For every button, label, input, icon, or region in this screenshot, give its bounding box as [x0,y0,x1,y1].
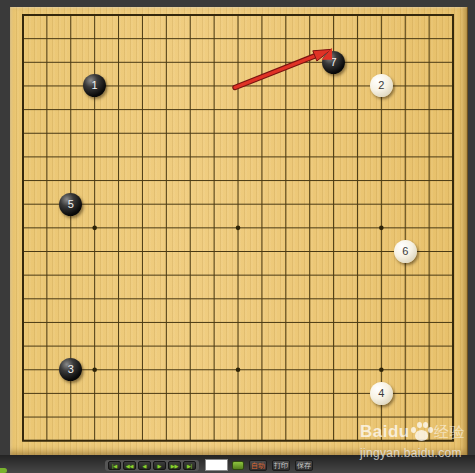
stone-move-number: 5 [68,199,74,210]
go-board: 1234567 [10,7,468,456]
baidu-paw-icon [411,421,433,443]
goto-move-button[interactable] [232,461,244,470]
stone-black-3: 3 [59,358,82,381]
baidu-jingyan-text: 经验 [434,423,466,442]
nav-prev-button[interactable]: ◀ [138,461,151,470]
stones-layer: 1234567 [10,7,467,455]
nav-rewind-button[interactable]: ◀◀ [123,461,136,470]
nav-next-button[interactable]: ▶ [153,461,166,470]
watermark: Baidu 经验 jingyan.baidu.com [360,419,472,460]
save-button[interactable]: 保存 [295,460,313,471]
watermark-logo-row: Baidu 经验 [360,419,472,445]
auto-play-button[interactable]: 自动 [249,460,267,471]
stone-move-number: 2 [378,80,384,91]
nav-forward-button[interactable]: ▶▶ [168,461,181,470]
stone-black-5: 5 [59,193,82,216]
watermark-url: jingyan.baidu.com [360,446,472,460]
print-button[interactable]: 打印 [272,460,290,471]
corner-green-sliver [0,468,7,473]
stone-white-6: 6 [394,240,417,263]
stone-black-7: 7 [322,51,345,74]
stone-move-number: 3 [68,364,74,375]
stone-black-1: 1 [83,74,106,97]
nav-last-button[interactable]: ▶| [183,461,196,470]
stone-move-number: 4 [378,388,384,399]
screenshot-stage: 1234567 |◀ ◀◀ ◀ ▶ ▶▶ ▶| 自动 打印 保存 Baidu [0,0,475,473]
stone-move-number: 1 [92,80,98,91]
nav-first-button[interactable]: |◀ [108,461,121,470]
stone-white-4: 4 [370,382,393,405]
stone-move-number: 7 [331,57,337,68]
nav-button-group: |◀ ◀◀ ◀ ▶ ▶▶ ▶| [105,460,199,471]
stone-white-2: 2 [370,74,393,97]
move-number-input[interactable] [205,459,228,471]
stone-move-number: 6 [402,246,408,257]
kifu-player-toolbar: |◀ ◀◀ ◀ ▶ ▶▶ ▶| 自动 打印 保存 [105,459,313,471]
baidu-brand-text: Baidu [360,422,410,442]
